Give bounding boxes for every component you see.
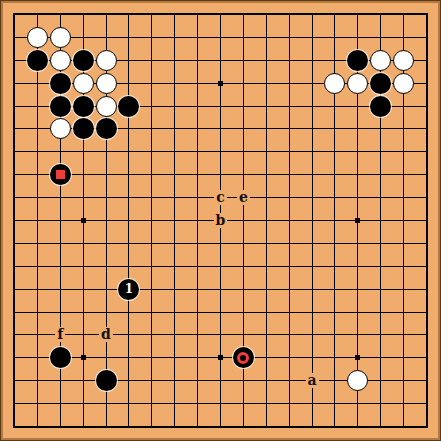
star-point	[81, 218, 86, 223]
board-intersection	[95, 186, 118, 209]
board-intersection	[209, 415, 232, 438]
move-number-label: 1	[125, 283, 133, 295]
board-intersection	[140, 140, 163, 163]
board-intersection	[278, 95, 301, 118]
board-intersection	[140, 72, 163, 95]
board-intersection	[369, 209, 392, 232]
star-point	[218, 355, 223, 360]
board-intersection	[392, 186, 415, 209]
board-intersection	[415, 346, 438, 369]
board-intersection	[117, 95, 140, 118]
board-intersection	[163, 72, 186, 95]
board-intersection	[49, 278, 72, 301]
board-intersection	[346, 369, 369, 392]
board-intersection	[232, 209, 255, 232]
board-intersection	[186, 346, 209, 369]
board-intersection	[3, 301, 26, 324]
board-intersection	[117, 49, 140, 72]
board-intersection	[163, 301, 186, 324]
board-intersection	[232, 278, 255, 301]
board-intersection	[186, 49, 209, 72]
board-intersection	[301, 140, 324, 163]
board-intersection	[346, 49, 369, 72]
board-intersection	[163, 163, 186, 186]
board-intersection	[209, 49, 232, 72]
board-intersection	[301, 415, 324, 438]
board-intersection	[49, 415, 72, 438]
board-intersection	[392, 255, 415, 278]
board-intersection	[255, 186, 278, 209]
board-intersection	[209, 346, 232, 369]
board-intersection	[255, 392, 278, 415]
board-intersection	[415, 186, 438, 209]
board-intersection	[324, 369, 347, 392]
board-intersection	[232, 49, 255, 72]
board-intersection	[392, 301, 415, 324]
board-intersection	[95, 209, 118, 232]
board-intersection	[346, 278, 369, 301]
white-stone	[96, 50, 117, 71]
board-intersection	[255, 232, 278, 255]
board-intersection	[140, 3, 163, 26]
diagram-frame: ceb1fda	[0, 0, 441, 441]
board-intersection	[72, 369, 95, 392]
board-intersection	[392, 415, 415, 438]
board-intersection	[392, 346, 415, 369]
board-intersection	[117, 232, 140, 255]
board-intersection	[186, 3, 209, 26]
board-intersection	[369, 117, 392, 140]
board-intersection	[186, 72, 209, 95]
board-intersection	[255, 369, 278, 392]
board-intersection	[301, 392, 324, 415]
black-stone	[50, 164, 71, 185]
board-intersection	[278, 209, 301, 232]
board-intersection	[117, 209, 140, 232]
point-label-a: a	[306, 373, 319, 388]
board-intersection	[26, 95, 49, 118]
point-label-f: f	[55, 327, 65, 342]
board-intersection	[95, 117, 118, 140]
board-intersection	[324, 301, 347, 324]
board-intersection	[232, 232, 255, 255]
board-intersection	[232, 415, 255, 438]
board-intersection	[140, 324, 163, 347]
go-board: ceb1fda	[3, 3, 438, 438]
board-intersection	[392, 95, 415, 118]
board-intersection	[117, 369, 140, 392]
star-point	[355, 218, 360, 223]
board-intersection	[95, 140, 118, 163]
board-intersection	[163, 209, 186, 232]
board-intersection	[415, 415, 438, 438]
board-intersection	[49, 255, 72, 278]
board-intersection	[163, 369, 186, 392]
board-intersection	[278, 392, 301, 415]
board-intersection	[26, 186, 49, 209]
board-intersection	[26, 278, 49, 301]
board-intersection	[369, 163, 392, 186]
board-intersection	[232, 117, 255, 140]
board-intersection	[72, 95, 95, 118]
board-intersection	[232, 346, 255, 369]
board-intersection	[369, 140, 392, 163]
board-intersection	[186, 324, 209, 347]
board-intersection	[324, 346, 347, 369]
white-stone	[370, 50, 391, 71]
board-intersection	[140, 255, 163, 278]
board-intersection	[392, 324, 415, 347]
board-intersection	[95, 26, 118, 49]
board-intersection	[186, 186, 209, 209]
board-intersection	[163, 3, 186, 26]
board-intersection	[117, 117, 140, 140]
board-intersection	[255, 26, 278, 49]
board-intersection	[255, 209, 278, 232]
board-intersection	[140, 95, 163, 118]
board-intersection	[324, 186, 347, 209]
board-intersection	[117, 163, 140, 186]
board-intersection	[49, 186, 72, 209]
board-intersection	[278, 346, 301, 369]
board-intersection	[324, 72, 347, 95]
board-intersection	[163, 278, 186, 301]
white-stone	[27, 27, 48, 48]
board-intersection: a	[301, 369, 324, 392]
black-stone	[370, 73, 391, 94]
black-stone	[96, 370, 117, 391]
board-intersection	[415, 3, 438, 26]
board-intersection	[3, 392, 26, 415]
board-intersection	[369, 346, 392, 369]
board-intersection	[26, 369, 49, 392]
board-intersection	[72, 3, 95, 26]
board-intersection	[3, 278, 26, 301]
black-stone	[73, 50, 94, 71]
star-point	[355, 355, 360, 360]
board-intersection	[26, 49, 49, 72]
board-intersection	[49, 72, 72, 95]
board-intersection	[301, 26, 324, 49]
board-intersection	[186, 369, 209, 392]
board-intersection	[140, 232, 163, 255]
board-intersection: b	[209, 209, 232, 232]
board-intersection	[346, 186, 369, 209]
board-intersection	[186, 95, 209, 118]
board-intersection	[346, 392, 369, 415]
board-intersection	[186, 140, 209, 163]
board-intersection	[140, 301, 163, 324]
board-intersection	[255, 95, 278, 118]
board-intersection	[369, 324, 392, 347]
board-intersection	[3, 415, 26, 438]
board-intersection	[301, 232, 324, 255]
board-intersection	[49, 369, 72, 392]
board-intersection	[72, 49, 95, 72]
board-intersection	[232, 301, 255, 324]
board-intersection	[49, 301, 72, 324]
board-intersection	[72, 301, 95, 324]
board-intersection	[301, 186, 324, 209]
board-intersection	[117, 392, 140, 415]
board-intersection	[301, 278, 324, 301]
star-point	[218, 81, 223, 86]
board-intersection	[95, 49, 118, 72]
board-intersection	[232, 255, 255, 278]
board-intersection	[324, 209, 347, 232]
board-intersection	[186, 278, 209, 301]
black-stone	[27, 50, 48, 71]
board-intersection	[95, 301, 118, 324]
board-intersection	[232, 72, 255, 95]
board-intersection	[324, 140, 347, 163]
board-intersection	[117, 301, 140, 324]
board-intersection	[415, 95, 438, 118]
board-intersection	[72, 140, 95, 163]
board-intersection	[49, 26, 72, 49]
board-intersection	[26, 415, 49, 438]
board-intersection	[392, 392, 415, 415]
board-intersection	[278, 255, 301, 278]
board-intersection	[209, 163, 232, 186]
board-intersection	[415, 209, 438, 232]
black-stone	[347, 50, 368, 71]
board-intersection	[255, 346, 278, 369]
board-intersection	[255, 49, 278, 72]
board-intersection	[3, 72, 26, 95]
white-stone	[393, 50, 414, 71]
board-intersection	[209, 255, 232, 278]
white-stone	[96, 96, 117, 117]
board-intersection	[49, 95, 72, 118]
board-intersection	[209, 117, 232, 140]
board-intersection	[3, 140, 26, 163]
board-intersection	[72, 186, 95, 209]
board-intersection	[369, 392, 392, 415]
board-intersection	[26, 3, 49, 26]
board-intersection	[49, 140, 72, 163]
board-intersection	[346, 117, 369, 140]
board-intersection	[278, 117, 301, 140]
point-label-c: c	[214, 190, 227, 205]
board-intersection	[26, 117, 49, 140]
board-intersection	[301, 49, 324, 72]
board-intersection	[324, 415, 347, 438]
board-intersection	[163, 255, 186, 278]
black-stone	[370, 96, 391, 117]
board-intersection	[186, 163, 209, 186]
board-intersection	[95, 392, 118, 415]
board-intersection	[72, 26, 95, 49]
black-stone	[50, 73, 71, 94]
board-intersection	[255, 301, 278, 324]
board-intersection	[117, 324, 140, 347]
board-intersection	[95, 415, 118, 438]
board-intersection	[72, 392, 95, 415]
red-circle-mark-icon	[237, 352, 249, 364]
board-intersection	[186, 255, 209, 278]
white-stone	[50, 50, 71, 71]
board-intersection	[278, 140, 301, 163]
board-intersection	[72, 278, 95, 301]
board-intersection	[369, 255, 392, 278]
board-intersection	[26, 255, 49, 278]
board-intersection	[324, 95, 347, 118]
board-intersection	[163, 346, 186, 369]
board-intersection	[140, 186, 163, 209]
board-intersection	[72, 209, 95, 232]
board-intersection	[26, 392, 49, 415]
star-point	[81, 355, 86, 360]
board-intersection	[72, 117, 95, 140]
board-intersection	[3, 255, 26, 278]
board-intersection	[415, 369, 438, 392]
board-intersection	[255, 140, 278, 163]
board-intersection	[3, 209, 26, 232]
board-intersection	[140, 163, 163, 186]
board-intersection	[324, 278, 347, 301]
board-intersection	[26, 346, 49, 369]
board-intersection	[255, 117, 278, 140]
board-intersection	[369, 278, 392, 301]
board-intersection	[186, 26, 209, 49]
board-intersection	[392, 26, 415, 49]
board-intersection	[163, 186, 186, 209]
board-intersection	[49, 392, 72, 415]
board-intersection	[415, 163, 438, 186]
board-intersection	[278, 72, 301, 95]
board-intersection	[209, 324, 232, 347]
board-intersection	[186, 117, 209, 140]
board-intersection	[163, 49, 186, 72]
board-intersection	[117, 415, 140, 438]
board-intersection	[232, 392, 255, 415]
board-intersection	[324, 232, 347, 255]
board-intersection	[72, 255, 95, 278]
board-intersection	[26, 301, 49, 324]
board-intersection	[415, 278, 438, 301]
board-intersection	[95, 95, 118, 118]
board-intersection	[140, 369, 163, 392]
board-intersection	[301, 117, 324, 140]
board-intersection	[301, 324, 324, 347]
black-stone	[50, 96, 71, 117]
board-intersection	[369, 232, 392, 255]
board-intersection	[369, 72, 392, 95]
board-intersection	[3, 163, 26, 186]
board-intersection	[392, 209, 415, 232]
board-intersection	[324, 117, 347, 140]
board-intersection	[346, 324, 369, 347]
board-intersection	[186, 232, 209, 255]
board-intersection	[117, 26, 140, 49]
board-intersection	[255, 255, 278, 278]
board-intersection	[255, 72, 278, 95]
board-intersection	[117, 140, 140, 163]
board-intersection	[49, 232, 72, 255]
board-intersection	[301, 95, 324, 118]
board-intersection	[3, 186, 26, 209]
board-intersection: c	[209, 186, 232, 209]
board-intersection	[140, 346, 163, 369]
board-intersection	[26, 26, 49, 49]
board-intersection	[324, 26, 347, 49]
board-intersection	[163, 324, 186, 347]
board-intersection	[3, 324, 26, 347]
board-intersection	[232, 95, 255, 118]
board-intersection	[140, 49, 163, 72]
board-intersection	[369, 415, 392, 438]
board-intersection	[49, 49, 72, 72]
board-intersection	[278, 26, 301, 49]
board-intersection	[415, 392, 438, 415]
black-stone	[233, 347, 254, 368]
board-intersection	[255, 415, 278, 438]
board-intersection	[232, 369, 255, 392]
board-intersection	[392, 49, 415, 72]
board-intersection	[232, 140, 255, 163]
board-intersection	[255, 324, 278, 347]
board-intersection	[3, 3, 26, 26]
board-intersection	[278, 232, 301, 255]
board-intersection	[49, 3, 72, 26]
board-intersection	[26, 72, 49, 95]
board-intersection	[255, 278, 278, 301]
board-intersection	[117, 3, 140, 26]
board-intersection	[3, 232, 26, 255]
board-intersection	[415, 301, 438, 324]
board-intersection	[301, 72, 324, 95]
board-intersection	[72, 346, 95, 369]
board-intersection	[392, 369, 415, 392]
board-grid: ceb1fda	[3, 3, 438, 438]
board-intersection	[209, 140, 232, 163]
black-stone	[96, 118, 117, 139]
board-intersection	[209, 72, 232, 95]
board-intersection	[186, 209, 209, 232]
board-intersection	[209, 95, 232, 118]
board-intersection	[415, 232, 438, 255]
board-intersection: d	[95, 324, 118, 347]
board-intersection	[72, 163, 95, 186]
board-intersection	[278, 301, 301, 324]
point-label-b: b	[214, 213, 228, 228]
board-intersection	[324, 163, 347, 186]
board-intersection	[415, 72, 438, 95]
board-intersection	[163, 232, 186, 255]
white-stone	[50, 27, 71, 48]
board-intersection	[72, 415, 95, 438]
board-intersection	[369, 301, 392, 324]
board-intersection	[163, 140, 186, 163]
board-intersection	[140, 415, 163, 438]
board-intersection	[72, 72, 95, 95]
board-intersection	[209, 26, 232, 49]
board-intersection	[163, 26, 186, 49]
board-intersection	[346, 301, 369, 324]
board-intersection	[369, 26, 392, 49]
board-intersection	[3, 49, 26, 72]
board-intersection	[26, 209, 49, 232]
board-intersection	[346, 255, 369, 278]
white-stone	[73, 73, 94, 94]
board-intersection	[163, 117, 186, 140]
board-intersection	[140, 117, 163, 140]
white-stone	[324, 73, 345, 94]
board-intersection: 1	[117, 278, 140, 301]
board-intersection	[278, 324, 301, 347]
board-intersection	[117, 72, 140, 95]
